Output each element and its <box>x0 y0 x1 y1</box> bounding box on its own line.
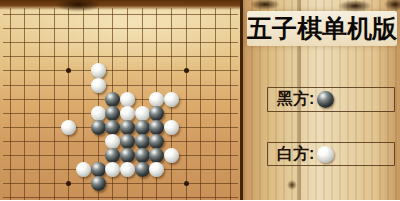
intersection[interactable] <box>61 36 76 50</box>
intersection[interactable] <box>164 50 179 64</box>
intersection[interactable] <box>179 148 194 162</box>
intersection[interactable] <box>179 36 194 50</box>
intersection[interactable] <box>3 134 18 148</box>
intersection[interactable] <box>3 78 18 92</box>
intersection[interactable] <box>223 92 238 106</box>
intersection[interactable] <box>120 22 135 36</box>
intersection[interactable] <box>91 92 106 106</box>
intersection[interactable] <box>120 148 135 162</box>
intersection[interactable] <box>17 106 32 120</box>
intersection[interactable] <box>150 64 165 78</box>
intersection[interactable] <box>194 148 209 162</box>
intersection[interactable] <box>32 191 47 200</box>
intersection[interactable] <box>208 106 223 120</box>
intersection[interactable] <box>47 106 62 120</box>
intersection[interactable] <box>61 64 76 78</box>
intersection[interactable] <box>17 120 32 134</box>
intersection[interactable] <box>164 78 179 92</box>
intersection[interactable] <box>135 106 150 120</box>
intersection[interactable] <box>179 78 194 92</box>
intersection[interactable] <box>106 120 121 134</box>
white-stone[interactable] <box>61 120 76 135</box>
intersection[interactable] <box>106 177 121 191</box>
intersection[interactable] <box>179 177 194 191</box>
intersection[interactable] <box>194 134 209 148</box>
intersection[interactable] <box>32 120 47 134</box>
intersection[interactable] <box>32 22 47 36</box>
intersection[interactable] <box>106 36 121 50</box>
intersection[interactable] <box>3 64 18 78</box>
intersection[interactable] <box>164 36 179 50</box>
wood-stain <box>338 0 372 12</box>
intersection[interactable] <box>17 92 32 106</box>
intersection[interactable] <box>150 22 165 36</box>
intersection[interactable] <box>150 78 165 92</box>
white-stone[interactable] <box>149 92 164 107</box>
intersection[interactable] <box>91 177 106 191</box>
white-stone[interactable] <box>91 78 106 93</box>
intersection[interactable] <box>17 163 32 177</box>
intersection[interactable] <box>61 191 76 200</box>
intersection[interactable] <box>47 36 62 50</box>
intersection[interactable] <box>208 36 223 50</box>
intersection[interactable] <box>47 120 62 134</box>
white-stone[interactable] <box>164 92 179 107</box>
intersection[interactable] <box>17 36 32 50</box>
intersection[interactable] <box>208 92 223 106</box>
intersection[interactable] <box>76 78 91 92</box>
intersection[interactable] <box>208 120 223 134</box>
white-stone[interactable] <box>164 120 179 135</box>
intersection[interactable] <box>120 120 135 134</box>
intersection[interactable] <box>106 106 121 120</box>
intersection[interactable] <box>194 163 209 177</box>
black-stone[interactable] <box>120 148 135 163</box>
intersection[interactable] <box>208 64 223 78</box>
intersection[interactable] <box>3 22 18 36</box>
intersection[interactable] <box>3 120 18 134</box>
intersection[interactable] <box>150 50 165 64</box>
info-panel: 五子棋单机版 黑方: 白方: <box>240 0 400 200</box>
intersection[interactable] <box>135 148 150 162</box>
intersection[interactable] <box>135 163 150 177</box>
intersection[interactable] <box>179 64 194 78</box>
intersection[interactable] <box>208 148 223 162</box>
intersection[interactable] <box>3 191 18 200</box>
intersection[interactable] <box>47 148 62 162</box>
intersection[interactable] <box>32 134 47 148</box>
intersection[interactable] <box>91 22 106 36</box>
intersection[interactable] <box>150 92 165 106</box>
intersection[interactable] <box>208 50 223 64</box>
white-stone[interactable] <box>120 92 135 107</box>
intersection[interactable] <box>120 78 135 92</box>
intersection[interactable] <box>106 148 121 162</box>
intersection[interactable] <box>208 22 223 36</box>
intersection[interactable] <box>135 134 150 148</box>
intersection[interactable] <box>106 22 121 36</box>
intersection[interactable] <box>223 148 238 162</box>
intersection[interactable] <box>91 163 106 177</box>
white-stone[interactable] <box>91 63 106 78</box>
intersection[interactable] <box>17 177 32 191</box>
intersection[interactable] <box>120 36 135 50</box>
intersection[interactable] <box>3 148 18 162</box>
intersection[interactable] <box>223 78 238 92</box>
black-stone[interactable] <box>105 148 120 163</box>
intersection[interactable] <box>32 78 47 92</box>
black-stone[interactable] <box>105 106 120 121</box>
intersection[interactable] <box>164 92 179 106</box>
intersection[interactable] <box>120 191 135 200</box>
intersection[interactable] <box>32 92 47 106</box>
intersection[interactable] <box>164 106 179 120</box>
intersection[interactable] <box>47 22 62 36</box>
intersection[interactable] <box>61 50 76 64</box>
black-stone[interactable] <box>135 162 150 177</box>
intersection[interactable] <box>47 191 62 200</box>
intersection[interactable] <box>106 50 121 64</box>
intersection[interactable] <box>150 191 165 200</box>
intersection[interactable] <box>194 64 209 78</box>
intersection[interactable] <box>208 191 223 200</box>
intersection[interactable] <box>32 163 47 177</box>
intersection[interactable] <box>194 106 209 120</box>
intersection[interactable] <box>194 78 209 92</box>
intersection[interactable] <box>32 148 47 162</box>
intersection[interactable] <box>91 50 106 64</box>
intersection[interactable] <box>3 92 18 106</box>
white-stone[interactable] <box>135 106 150 121</box>
black-stone[interactable] <box>135 148 150 163</box>
white-stone[interactable] <box>105 134 120 149</box>
intersection[interactable] <box>76 36 91 50</box>
black-stone[interactable] <box>149 120 164 135</box>
white-stone[interactable] <box>76 162 91 177</box>
intersection[interactable] <box>120 50 135 64</box>
intersection[interactable] <box>17 22 32 36</box>
black-stone[interactable] <box>105 120 120 135</box>
intersection[interactable] <box>135 120 150 134</box>
black-stone[interactable] <box>105 92 120 107</box>
intersection[interactable] <box>61 163 76 177</box>
intersection[interactable] <box>208 78 223 92</box>
intersection[interactable] <box>106 163 121 177</box>
intersection[interactable] <box>106 191 121 200</box>
intersection[interactable] <box>47 92 62 106</box>
intersection[interactable] <box>61 92 76 106</box>
intersection[interactable] <box>135 177 150 191</box>
intersection[interactable] <box>194 92 209 106</box>
intersection[interactable] <box>76 106 91 120</box>
intersection[interactable] <box>61 22 76 36</box>
intersection[interactable] <box>223 163 238 177</box>
intersection[interactable] <box>120 92 135 106</box>
intersection[interactable] <box>164 163 179 177</box>
intersection[interactable] <box>223 106 238 120</box>
star-point <box>66 181 71 186</box>
intersection[interactable] <box>17 148 32 162</box>
intersection[interactable] <box>91 134 106 148</box>
intersection[interactable] <box>194 36 209 50</box>
intersection[interactable] <box>150 148 165 162</box>
intersection[interactable] <box>76 134 91 148</box>
intersection[interactable] <box>17 64 32 78</box>
intersection[interactable] <box>91 106 106 120</box>
intersection[interactable] <box>194 120 209 134</box>
black-stone[interactable] <box>91 176 106 191</box>
intersection[interactable] <box>179 92 194 106</box>
intersection[interactable] <box>120 106 135 120</box>
intersection[interactable] <box>76 22 91 36</box>
intersection[interactable] <box>3 106 18 120</box>
intersection[interactable] <box>61 120 76 134</box>
intersection[interactable] <box>164 22 179 36</box>
white-stone[interactable] <box>120 106 135 121</box>
intersection[interactable] <box>179 106 194 120</box>
intersection[interactable] <box>91 148 106 162</box>
black-stone[interactable] <box>149 106 164 121</box>
white-stone[interactable] <box>120 162 135 177</box>
intersection[interactable] <box>135 50 150 64</box>
intersection[interactable] <box>150 106 165 120</box>
intersection[interactable] <box>3 163 18 177</box>
intersection[interactable] <box>208 163 223 177</box>
white-stone[interactable] <box>105 162 120 177</box>
black-stone[interactable] <box>91 120 106 135</box>
intersection[interactable] <box>47 50 62 64</box>
intersection[interactable] <box>106 92 121 106</box>
intersection[interactable] <box>47 163 62 177</box>
black-stone[interactable] <box>149 134 164 149</box>
intersection[interactable] <box>91 64 106 78</box>
black-stone[interactable] <box>120 120 135 135</box>
intersection[interactable] <box>164 148 179 162</box>
black-stone-icon <box>317 91 334 108</box>
intersection[interactable] <box>61 177 76 191</box>
intersection[interactable] <box>135 36 150 50</box>
intersection[interactable] <box>76 177 91 191</box>
black-stone[interactable] <box>135 134 150 149</box>
intersection[interactable] <box>47 64 62 78</box>
intersection[interactable] <box>61 134 76 148</box>
intersection[interactable] <box>61 106 76 120</box>
intersection[interactable] <box>150 120 165 134</box>
white-stone[interactable] <box>149 162 164 177</box>
intersection[interactable] <box>3 50 18 64</box>
intersection[interactable] <box>150 177 165 191</box>
black-stone[interactable] <box>149 148 164 163</box>
star-point <box>66 68 71 73</box>
intersection[interactable] <box>135 78 150 92</box>
intersection[interactable] <box>150 134 165 148</box>
white-player-label: 白方: <box>277 144 314 165</box>
intersection[interactable] <box>76 148 91 162</box>
intersection[interactable] <box>164 191 179 200</box>
intersection[interactable] <box>164 134 179 148</box>
intersection[interactable] <box>47 177 62 191</box>
intersection[interactable] <box>32 36 47 50</box>
black-player-label: 黑方: <box>277 89 314 110</box>
intersection[interactable] <box>223 64 238 78</box>
intersection[interactable] <box>120 134 135 148</box>
intersection[interactable] <box>164 120 179 134</box>
white-player-row: 白方: <box>267 142 395 166</box>
intersection[interactable] <box>17 134 32 148</box>
intersection[interactable] <box>61 148 76 162</box>
app-title: 五子棋单机版 <box>247 11 397 46</box>
intersection[interactable] <box>76 92 91 106</box>
intersection[interactable] <box>223 50 238 64</box>
white-stone-icon <box>317 146 334 163</box>
intersection[interactable] <box>223 177 238 191</box>
intersection[interactable] <box>106 64 121 78</box>
intersection[interactable] <box>179 191 194 200</box>
intersection[interactable] <box>17 78 32 92</box>
intersection[interactable] <box>120 163 135 177</box>
intersection[interactable] <box>208 177 223 191</box>
intersection[interactable] <box>208 134 223 148</box>
intersection[interactable] <box>91 36 106 50</box>
intersection[interactable] <box>164 64 179 78</box>
intersection[interactable] <box>135 64 150 78</box>
white-stone[interactable] <box>164 148 179 163</box>
intersection[interactable] <box>76 120 91 134</box>
intersection[interactable] <box>17 50 32 64</box>
intersection[interactable] <box>91 191 106 200</box>
board-top-frame-edge <box>0 0 240 10</box>
board <box>0 0 240 200</box>
intersection[interactable] <box>76 163 91 177</box>
intersection[interactable] <box>179 163 194 177</box>
star-point <box>184 68 189 73</box>
black-stone[interactable] <box>120 134 135 149</box>
intersection[interactable] <box>32 64 47 78</box>
intersection[interactable] <box>76 191 91 200</box>
white-stone[interactable] <box>91 106 106 121</box>
black-player-row: 黑方: <box>267 87 395 112</box>
intersection[interactable] <box>164 177 179 191</box>
intersection[interactable] <box>223 36 238 50</box>
intersection[interactable] <box>76 64 91 78</box>
intersection[interactable] <box>150 36 165 50</box>
intersection[interactable] <box>179 120 194 134</box>
intersection[interactable] <box>61 78 76 92</box>
intersection[interactable] <box>135 191 150 200</box>
board-grid <box>3 8 238 201</box>
intersection[interactable] <box>194 177 209 191</box>
intersection[interactable] <box>106 78 121 92</box>
intersection[interactable] <box>223 134 238 148</box>
intersection[interactable] <box>223 120 238 134</box>
intersection[interactable] <box>194 191 209 200</box>
intersection[interactable] <box>223 22 238 36</box>
intersection[interactable] <box>3 177 18 191</box>
intersection[interactable] <box>17 191 32 200</box>
intersection[interactable] <box>135 92 150 106</box>
intersection[interactable] <box>3 36 18 50</box>
intersection[interactable] <box>194 50 209 64</box>
intersection[interactable] <box>120 177 135 191</box>
intersection[interactable] <box>106 134 121 148</box>
intersection[interactable] <box>223 191 238 200</box>
intersection[interactable] <box>91 78 106 92</box>
intersection[interactable] <box>179 50 194 64</box>
intersection[interactable] <box>76 50 91 64</box>
black-stone[interactable] <box>91 162 106 177</box>
star-point <box>184 181 189 186</box>
intersection[interactable] <box>179 134 194 148</box>
intersection[interactable] <box>47 134 62 148</box>
intersection[interactable] <box>194 22 209 36</box>
intersection[interactable] <box>150 163 165 177</box>
intersection[interactable] <box>179 22 194 36</box>
intersection[interactable] <box>32 106 47 120</box>
intersection[interactable] <box>47 78 62 92</box>
intersection[interactable] <box>91 120 106 134</box>
black-stone[interactable] <box>135 120 150 135</box>
gomoku-app-window: 五子棋单机版 黑方: 白方: <box>0 0 400 200</box>
intersection[interactable] <box>32 50 47 64</box>
intersection[interactable] <box>120 64 135 78</box>
intersection[interactable] <box>32 177 47 191</box>
intersection[interactable] <box>135 22 150 36</box>
